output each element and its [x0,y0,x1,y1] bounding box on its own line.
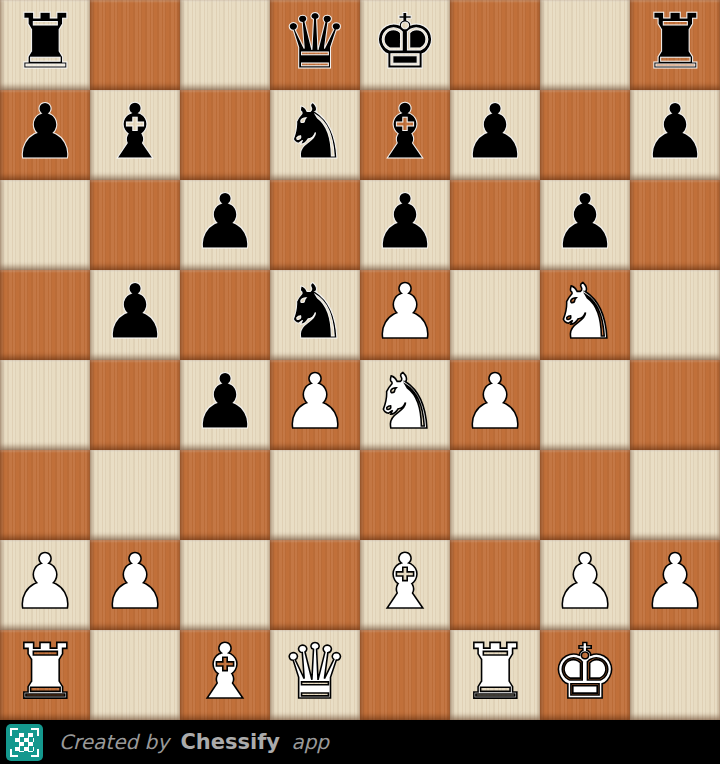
piece-black-rook: ♜ [11,0,79,87]
square-d7[interactable]: ♞ [270,90,360,180]
square-g3[interactable] [540,450,630,540]
square-g4[interactable] [540,360,630,450]
square-d8[interactable]: ♛ [270,0,360,90]
square-h2[interactable]: ♟ [630,540,720,630]
app-label: app [291,730,329,754]
chessify-diagram: ♜♛♚♜♟♝♞♝♟♟♟♟♟♟♞♟♞♟♟♞♟♟♟♝♟♟♜♝♛♜♚ Created … [0,0,720,764]
square-c8[interactable] [180,0,270,90]
square-b2[interactable]: ♟ [90,540,180,630]
piece-black-pawn: ♟ [641,87,709,177]
piece-black-bishop: ♝ [101,87,169,177]
square-b3[interactable] [90,450,180,540]
piece-black-pawn: ♟ [191,357,259,447]
frame-brackets-icon [10,728,39,757]
square-h8[interactable]: ♜ [630,0,720,90]
square-g5[interactable]: ♞ [540,270,630,360]
piece-black-knight: ♞ [281,267,349,357]
piece-black-king: ♚ [371,0,439,87]
square-f1[interactable]: ♜ [450,630,540,720]
square-a5[interactable] [0,270,90,360]
square-b5[interactable]: ♟ [90,270,180,360]
square-e5[interactable]: ♟ [360,270,450,360]
square-c4[interactable]: ♟ [180,360,270,450]
square-e3[interactable] [360,450,450,540]
square-f7[interactable]: ♟ [450,90,540,180]
piece-white-king: ♚ [551,627,619,717]
square-h1[interactable] [630,630,720,720]
chess-board: ♜♛♚♜♟♝♞♝♟♟♟♟♟♟♞♟♞♟♟♞♟♟♟♝♟♟♜♝♛♜♚ [0,0,720,720]
square-d1[interactable]: ♛ [270,630,360,720]
footer-bar: Created by Chessify app [0,720,720,764]
square-f8[interactable] [450,0,540,90]
piece-black-pawn: ♟ [551,177,619,267]
piece-white-pawn: ♟ [551,537,619,627]
piece-white-pawn: ♟ [281,357,349,447]
square-a2[interactable]: ♟ [0,540,90,630]
square-h5[interactable] [630,270,720,360]
square-a6[interactable] [0,180,90,270]
square-g8[interactable] [540,0,630,90]
square-f5[interactable] [450,270,540,360]
square-e7[interactable]: ♝ [360,90,450,180]
square-e8[interactable]: ♚ [360,0,450,90]
piece-black-bishop: ♝ [371,87,439,177]
square-e2[interactable]: ♝ [360,540,450,630]
piece-black-queen: ♛ [281,0,349,87]
square-e4[interactable]: ♞ [360,360,450,450]
square-g6[interactable]: ♟ [540,180,630,270]
square-c7[interactable] [180,90,270,180]
square-d3[interactable] [270,450,360,540]
square-f4[interactable]: ♟ [450,360,540,450]
square-h4[interactable] [630,360,720,450]
square-a1[interactable]: ♜ [0,630,90,720]
square-c5[interactable] [180,270,270,360]
square-e6[interactable]: ♟ [360,180,450,270]
square-h7[interactable]: ♟ [630,90,720,180]
square-h3[interactable] [630,450,720,540]
created-by-label: Created by [59,730,169,754]
piece-black-pawn: ♟ [11,87,79,177]
piece-white-rook: ♜ [461,627,529,717]
square-h6[interactable] [630,180,720,270]
piece-white-bishop: ♝ [371,537,439,627]
square-b1[interactable] [90,630,180,720]
piece-white-queen: ♛ [281,627,349,717]
piece-black-knight: ♞ [281,87,349,177]
piece-white-pawn: ♟ [101,537,169,627]
square-d2[interactable] [270,540,360,630]
square-d6[interactable] [270,180,360,270]
square-f2[interactable] [450,540,540,630]
piece-white-knight: ♞ [371,357,439,447]
chessify-logo-icon [6,724,43,761]
piece-white-rook: ♜ [11,627,79,717]
piece-black-pawn: ♟ [371,177,439,267]
piece-white-pawn: ♟ [11,537,79,627]
square-f3[interactable] [450,450,540,540]
piece-white-knight: ♞ [551,267,619,357]
piece-black-pawn: ♟ [191,177,259,267]
square-b8[interactable] [90,0,180,90]
brand-name: Chessify [180,730,280,754]
square-d5[interactable]: ♞ [270,270,360,360]
credit-text: Created by Chessify app [59,730,329,754]
piece-white-pawn: ♟ [641,537,709,627]
square-g2[interactable]: ♟ [540,540,630,630]
square-c3[interactable] [180,450,270,540]
square-g1[interactable]: ♚ [540,630,630,720]
square-e1[interactable] [360,630,450,720]
square-f6[interactable] [450,180,540,270]
square-a3[interactable] [0,450,90,540]
piece-white-bishop: ♝ [191,627,259,717]
square-b7[interactable]: ♝ [90,90,180,180]
piece-white-pawn: ♟ [461,357,529,447]
square-b4[interactable] [90,360,180,450]
square-c2[interactable] [180,540,270,630]
piece-black-rook: ♜ [641,0,709,87]
square-a4[interactable] [0,360,90,450]
piece-white-pawn: ♟ [371,267,439,357]
square-c6[interactable]: ♟ [180,180,270,270]
square-g7[interactable] [540,90,630,180]
square-a7[interactable]: ♟ [0,90,90,180]
piece-black-pawn: ♟ [101,267,169,357]
square-c1[interactable]: ♝ [180,630,270,720]
square-a8[interactable]: ♜ [0,0,90,90]
square-d4[interactable]: ♟ [270,360,360,450]
square-b6[interactable] [90,180,180,270]
piece-black-pawn: ♟ [461,87,529,177]
